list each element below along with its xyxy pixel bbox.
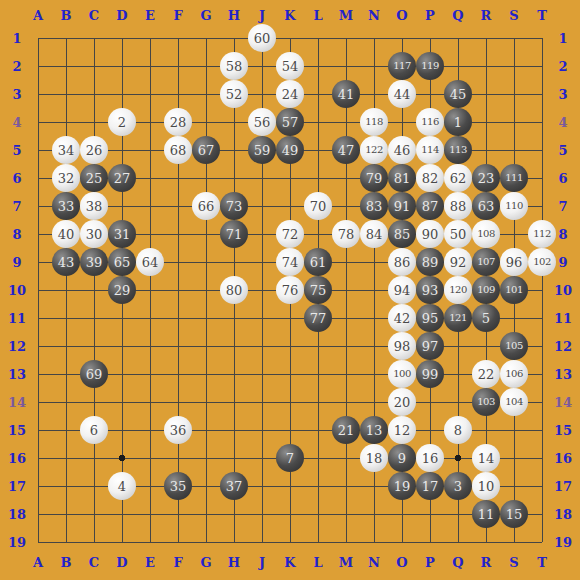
move-number: 106	[505, 369, 523, 379]
col-label-bottom-H: H	[228, 555, 240, 570]
stone-white-108-R8[interactable]: 108	[472, 220, 500, 248]
move-number: 1	[454, 116, 462, 129]
col-label-top-M: M	[339, 8, 353, 23]
col-label-top-B: B	[61, 8, 72, 23]
move-number: 19	[394, 480, 411, 493]
move-number: 121	[449, 313, 467, 323]
stone-black-89-P9[interactable]: 89	[416, 248, 444, 276]
col-label-top-A: A	[33, 8, 43, 23]
move-number: 40	[58, 228, 75, 241]
move-number: 3	[454, 480, 462, 493]
stone-black-31-D8[interactable]: 31	[108, 220, 136, 248]
stone-white-116-P4[interactable]: 116	[416, 108, 444, 136]
move-number: 38	[86, 200, 103, 213]
stone-black-9-O16[interactable]: 9	[388, 444, 416, 472]
stone-white-16-P16[interactable]: 16	[416, 444, 444, 472]
move-number: 65	[114, 256, 131, 269]
stone-black-43-B9[interactable]: 43	[52, 248, 80, 276]
move-number: 27	[114, 172, 131, 185]
stone-black-97-P12[interactable]: 97	[416, 332, 444, 360]
col-label-bottom-P: P	[425, 555, 435, 570]
col-label-bottom-O: O	[396, 555, 407, 570]
move-number: 105	[505, 341, 523, 351]
stone-white-2-D4[interactable]: 2	[108, 108, 136, 136]
move-number: 119	[421, 61, 439, 71]
stone-white-4-D17[interactable]: 4	[108, 472, 136, 500]
stone-white-100-O13[interactable]: 100	[388, 360, 416, 388]
move-number: 113	[449, 145, 467, 155]
move-number: 37	[226, 480, 243, 493]
move-number: 99	[422, 368, 439, 381]
stone-white-114-P5[interactable]: 114	[416, 136, 444, 164]
move-number: 78	[338, 228, 355, 241]
star-point	[119, 455, 125, 461]
stone-white-52-H3[interactable]: 52	[220, 80, 248, 108]
col-label-top-E: E	[145, 8, 155, 23]
stone-black-27-D6[interactable]: 27	[108, 164, 136, 192]
row-label-left-8: 8	[12, 227, 21, 242]
move-number: 98	[394, 340, 411, 353]
stone-white-74-K9[interactable]: 74	[276, 248, 304, 276]
col-label-top-K: K	[284, 8, 295, 23]
row-label-left-5: 5	[12, 143, 21, 158]
stone-white-50-Q8[interactable]: 50	[444, 220, 472, 248]
stone-black-37-H17[interactable]: 37	[220, 472, 248, 500]
stone-black-83-N7[interactable]: 83	[360, 192, 388, 220]
stone-black-39-C9[interactable]: 39	[80, 248, 108, 276]
move-number: 81	[394, 172, 411, 185]
move-number: 16	[422, 452, 439, 465]
stone-black-81-O6[interactable]: 81	[388, 164, 416, 192]
stone-black-5-R11[interactable]: 5	[472, 304, 500, 332]
move-number: 95	[422, 312, 439, 325]
stone-white-104-S14[interactable]: 104	[500, 388, 528, 416]
stone-white-32-B6[interactable]: 32	[52, 164, 80, 192]
move-number: 87	[422, 200, 439, 213]
stone-black-67-G5[interactable]: 67	[192, 136, 220, 164]
stone-black-3-Q17[interactable]: 3	[444, 472, 472, 500]
move-number: 79	[366, 172, 383, 185]
move-number: 47	[338, 144, 355, 157]
stone-white-86-O9[interactable]: 86	[388, 248, 416, 276]
stone-white-90-P8[interactable]: 90	[416, 220, 444, 248]
stone-white-122-N5[interactable]: 122	[360, 136, 388, 164]
move-number: 118	[365, 117, 383, 127]
move-number: 56	[254, 116, 271, 129]
stone-white-76-K10[interactable]: 76	[276, 276, 304, 304]
col-label-top-L: L	[313, 8, 322, 23]
move-number: 41	[338, 88, 355, 101]
stone-white-58-H2[interactable]: 58	[220, 52, 248, 80]
col-label-bottom-A: A	[33, 555, 43, 570]
col-label-top-P: P	[425, 8, 435, 23]
stone-white-56-J4[interactable]: 56	[248, 108, 276, 136]
move-number: 30	[86, 228, 103, 241]
move-number: 96	[506, 256, 523, 269]
row-label-left-13: 13	[8, 367, 26, 382]
move-number: 83	[366, 200, 383, 213]
move-number: 59	[254, 144, 271, 157]
move-number: 76	[282, 284, 299, 297]
row-label-left-11: 11	[8, 311, 26, 326]
move-number: 86	[394, 256, 411, 269]
stone-black-7-K16[interactable]: 7	[276, 444, 304, 472]
move-number: 7	[286, 452, 294, 465]
move-number: 60	[254, 32, 271, 45]
row-label-right-8: 8	[558, 227, 567, 242]
stone-white-38-C7[interactable]: 38	[80, 192, 108, 220]
col-label-bottom-J: J	[259, 555, 265, 570]
move-number: 25	[86, 172, 103, 185]
move-number: 46	[394, 144, 411, 157]
col-label-bottom-K: K	[284, 555, 295, 570]
col-label-bottom-Q: Q	[452, 555, 463, 570]
star-point	[455, 455, 461, 461]
row-label-left-14: 14	[8, 395, 26, 410]
move-number: 77	[310, 312, 327, 325]
stone-black-29-D10[interactable]: 29	[108, 276, 136, 304]
move-number: 32	[58, 172, 75, 185]
row-label-left-3: 3	[12, 87, 21, 102]
move-number: 97	[422, 340, 439, 353]
move-number: 111	[505, 173, 523, 183]
move-number: 114	[421, 145, 439, 155]
stone-white-102-T9[interactable]: 102	[528, 248, 556, 276]
col-label-top-C: C	[89, 8, 99, 23]
move-number: 117	[393, 61, 411, 71]
stone-black-101-S10[interactable]: 101	[500, 276, 528, 304]
stone-white-94-O10[interactable]: 94	[388, 276, 416, 304]
stone-black-1-Q4[interactable]: 1	[444, 108, 472, 136]
col-label-bottom-T: T	[537, 555, 547, 570]
move-number: 2	[118, 116, 126, 129]
stone-white-66-G7[interactable]: 66	[192, 192, 220, 220]
stone-black-35-F17[interactable]: 35	[164, 472, 192, 500]
stone-white-20-O14[interactable]: 20	[388, 388, 416, 416]
move-number: 108	[477, 229, 495, 239]
stone-white-118-N4[interactable]: 118	[360, 108, 388, 136]
move-number: 49	[282, 144, 299, 157]
stone-black-33-B7[interactable]: 33	[52, 192, 80, 220]
row-label-left-15: 15	[8, 423, 26, 438]
stone-black-75-L10[interactable]: 75	[304, 276, 332, 304]
move-number: 23	[478, 172, 495, 185]
stone-white-24-K3[interactable]: 24	[276, 80, 304, 108]
col-label-bottom-C: C	[89, 555, 99, 570]
move-number: 63	[478, 200, 495, 213]
move-number: 90	[422, 228, 439, 241]
row-label-left-17: 17	[8, 479, 26, 494]
stone-white-36-F15[interactable]: 36	[164, 416, 192, 444]
col-label-bottom-E: E	[145, 555, 155, 570]
stone-black-71-H8[interactable]: 71	[220, 220, 248, 248]
move-number: 69	[86, 368, 103, 381]
move-number: 74	[282, 256, 299, 269]
col-label-top-R: R	[481, 8, 492, 23]
stone-white-30-C8[interactable]: 30	[80, 220, 108, 248]
move-number: 22	[478, 368, 495, 381]
move-number: 84	[366, 228, 383, 241]
col-label-top-Q: Q	[452, 8, 463, 23]
stone-white-6-C15[interactable]: 6	[80, 416, 108, 444]
stone-black-15-S18[interactable]: 15	[500, 500, 528, 528]
move-number: 61	[310, 256, 327, 269]
move-number: 85	[394, 228, 411, 241]
move-number: 104	[505, 397, 523, 407]
move-number: 66	[198, 200, 215, 213]
stone-black-95-P11[interactable]: 95	[416, 304, 444, 332]
move-number: 101	[505, 285, 523, 295]
move-number: 89	[422, 256, 439, 269]
move-number: 17	[422, 480, 439, 493]
stone-black-19-O17[interactable]: 19	[388, 472, 416, 500]
stone-white-120-Q10[interactable]: 120	[444, 276, 472, 304]
stone-white-8-Q15[interactable]: 8	[444, 416, 472, 444]
move-number: 36	[170, 424, 187, 437]
stone-white-42-O11[interactable]: 42	[388, 304, 416, 332]
move-number: 24	[282, 88, 299, 101]
row-label-left-16: 16	[8, 451, 26, 466]
row-label-left-19: 19	[8, 535, 26, 550]
stone-white-10-R17[interactable]: 10	[472, 472, 500, 500]
stone-white-26-C5[interactable]: 26	[80, 136, 108, 164]
stone-white-70-L7[interactable]: 70	[304, 192, 332, 220]
stone-white-40-B8[interactable]: 40	[52, 220, 80, 248]
col-label-bottom-G: G	[200, 555, 211, 570]
move-number: 72	[282, 228, 299, 241]
col-label-top-N: N	[368, 8, 380, 23]
move-number: 26	[86, 144, 103, 157]
stone-black-17-P17[interactable]: 17	[416, 472, 444, 500]
move-number: 112	[533, 229, 551, 239]
stone-white-112-T8[interactable]: 112	[528, 220, 556, 248]
stone-white-92-Q9[interactable]: 92	[444, 248, 472, 276]
stone-white-98-O12[interactable]: 98	[388, 332, 416, 360]
row-label-left-10: 10	[8, 283, 26, 298]
col-label-bottom-R: R	[481, 555, 492, 570]
row-label-right-14: 14	[554, 395, 572, 410]
stone-white-46-O5[interactable]: 46	[388, 136, 416, 164]
row-label-right-5: 5	[558, 143, 567, 158]
move-number: 71	[226, 228, 243, 241]
row-label-right-18: 18	[554, 507, 572, 522]
stone-black-57-K4[interactable]: 57	[276, 108, 304, 136]
row-label-left-12: 12	[8, 339, 26, 354]
col-label-top-T: T	[537, 8, 547, 23]
stone-white-82-P6[interactable]: 82	[416, 164, 444, 192]
stone-white-88-Q7[interactable]: 88	[444, 192, 472, 220]
stone-black-93-P10[interactable]: 93	[416, 276, 444, 304]
stone-black-45-Q3[interactable]: 45	[444, 80, 472, 108]
col-label-bottom-L: L	[313, 555, 322, 570]
move-number: 116	[421, 117, 439, 127]
stone-white-68-F5[interactable]: 68	[164, 136, 192, 164]
move-number: 31	[114, 228, 131, 241]
stone-white-22-R13[interactable]: 22	[472, 360, 500, 388]
move-number: 45	[450, 88, 467, 101]
stone-black-117-O2[interactable]: 117	[388, 52, 416, 80]
stone-white-18-N16[interactable]: 18	[360, 444, 388, 472]
move-number: 91	[394, 200, 411, 213]
stone-black-41-M3[interactable]: 41	[332, 80, 360, 108]
move-number: 75	[310, 284, 327, 297]
move-number: 92	[450, 256, 467, 269]
move-number: 35	[170, 480, 187, 493]
move-number: 12	[394, 424, 411, 437]
move-number: 44	[394, 88, 411, 101]
move-number: 67	[198, 144, 215, 157]
row-label-right-6: 6	[558, 171, 567, 186]
col-label-top-S: S	[509, 8, 518, 23]
col-label-bottom-D: D	[116, 555, 127, 570]
stone-black-99-P13[interactable]: 99	[416, 360, 444, 388]
stone-white-64-E9[interactable]: 64	[136, 248, 164, 276]
row-label-left-9: 9	[12, 255, 21, 270]
stone-black-121-Q11[interactable]: 121	[444, 304, 472, 332]
move-number: 70	[310, 200, 327, 213]
stone-black-11-R18[interactable]: 11	[472, 500, 500, 528]
stone-white-54-K2[interactable]: 54	[276, 52, 304, 80]
stone-white-96-S9[interactable]: 96	[500, 248, 528, 276]
stone-black-113-Q5[interactable]: 113	[444, 136, 472, 164]
row-label-left-6: 6	[12, 171, 21, 186]
row-label-right-11: 11	[554, 311, 572, 326]
move-number: 80	[226, 284, 243, 297]
row-label-left-1: 1	[12, 31, 21, 46]
col-label-top-H: H	[228, 8, 240, 23]
row-label-right-7: 7	[558, 199, 567, 214]
col-label-top-O: O	[396, 8, 407, 23]
col-label-top-G: G	[200, 8, 211, 23]
stone-black-59-J5[interactable]: 59	[248, 136, 276, 164]
stone-black-119-P2[interactable]: 119	[416, 52, 444, 80]
move-number: 9	[398, 452, 406, 465]
stone-black-79-N6[interactable]: 79	[360, 164, 388, 192]
move-number: 102	[533, 257, 551, 267]
go-board[interactable]: AABBCCDDEEFFGGHHJJKKLLMMNNOOPPQQRRSSTT11…	[0, 0, 580, 580]
row-label-right-10: 10	[554, 283, 572, 298]
row-label-right-2: 2	[558, 59, 567, 74]
stone-black-23-R6[interactable]: 23	[472, 164, 500, 192]
move-number: 82	[422, 172, 439, 185]
stone-black-107-R9[interactable]: 107	[472, 248, 500, 276]
move-number: 109	[477, 285, 495, 295]
move-number: 20	[394, 396, 411, 409]
move-number: 10	[478, 480, 495, 493]
col-label-top-F: F	[173, 8, 182, 23]
stone-black-111-S6[interactable]: 111	[500, 164, 528, 192]
stone-white-106-S13[interactable]: 106	[500, 360, 528, 388]
move-number: 58	[226, 60, 243, 73]
move-number: 62	[450, 172, 467, 185]
move-number: 100	[393, 369, 411, 379]
stone-white-78-M8[interactable]: 78	[332, 220, 360, 248]
stone-white-34-B5[interactable]: 34	[52, 136, 80, 164]
row-label-right-4: 4	[558, 115, 567, 130]
stone-white-28-F4[interactable]: 28	[164, 108, 192, 136]
stone-black-69-C13[interactable]: 69	[80, 360, 108, 388]
stone-black-65-D9[interactable]: 65	[108, 248, 136, 276]
stone-black-109-R10[interactable]: 109	[472, 276, 500, 304]
col-label-bottom-S: S	[509, 555, 518, 570]
move-number: 93	[422, 284, 439, 297]
move-number: 43	[58, 256, 75, 269]
col-label-top-D: D	[116, 8, 127, 23]
stone-white-62-Q6[interactable]: 62	[444, 164, 472, 192]
stone-black-91-O7[interactable]: 91	[388, 192, 416, 220]
col-label-bottom-M: M	[339, 555, 353, 570]
stone-white-84-N8[interactable]: 84	[360, 220, 388, 248]
move-number: 34	[58, 144, 75, 157]
stone-black-13-N15[interactable]: 13	[360, 416, 388, 444]
stone-black-25-C6[interactable]: 25	[80, 164, 108, 192]
row-label-right-12: 12	[554, 339, 572, 354]
stone-black-77-L11[interactable]: 77	[304, 304, 332, 332]
move-number: 73	[226, 200, 243, 213]
stone-white-60-J1[interactable]: 60	[248, 24, 276, 52]
stone-black-49-K5[interactable]: 49	[276, 136, 304, 164]
row-label-left-7: 7	[12, 199, 21, 214]
stone-black-61-L9[interactable]: 61	[304, 248, 332, 276]
move-number: 107	[477, 257, 495, 267]
row-label-right-9: 9	[558, 255, 567, 270]
move-number: 5	[482, 312, 490, 325]
stone-white-80-H10[interactable]: 80	[220, 276, 248, 304]
move-number: 8	[454, 424, 462, 437]
move-number: 33	[58, 200, 75, 213]
move-number: 88	[450, 200, 467, 213]
move-number: 68	[170, 144, 187, 157]
row-label-right-3: 3	[558, 87, 567, 102]
move-number: 13	[366, 424, 383, 437]
move-number: 103	[477, 397, 495, 407]
stone-black-63-R7[interactable]: 63	[472, 192, 500, 220]
stone-white-110-S7[interactable]: 110	[500, 192, 528, 220]
stone-black-103-R14[interactable]: 103	[472, 388, 500, 416]
row-label-right-19: 19	[554, 535, 572, 550]
stone-white-44-O3[interactable]: 44	[388, 80, 416, 108]
move-number: 42	[394, 312, 411, 325]
row-label-left-4: 4	[12, 115, 21, 130]
stone-white-72-K8[interactable]: 72	[276, 220, 304, 248]
row-label-right-17: 17	[554, 479, 572, 494]
move-number: 4	[118, 480, 126, 493]
row-label-right-15: 15	[554, 423, 572, 438]
move-number: 54	[282, 60, 299, 73]
stone-black-105-S12[interactable]: 105	[500, 332, 528, 360]
move-number: 18	[366, 452, 383, 465]
row-label-left-18: 18	[8, 507, 26, 522]
move-number: 11	[478, 508, 495, 521]
move-number: 28	[170, 116, 187, 129]
row-label-right-1: 1	[558, 31, 567, 46]
row-label-right-16: 16	[554, 451, 572, 466]
move-number: 21	[338, 424, 355, 437]
stone-black-87-P7[interactable]: 87	[416, 192, 444, 220]
stone-black-21-M15[interactable]: 21	[332, 416, 360, 444]
move-number: 120	[449, 285, 467, 295]
stone-black-85-O8[interactable]: 85	[388, 220, 416, 248]
stone-white-12-O15[interactable]: 12	[388, 416, 416, 444]
move-number: 29	[114, 284, 131, 297]
move-number: 15	[506, 508, 523, 521]
stone-white-14-R16[interactable]: 14	[472, 444, 500, 472]
col-label-bottom-N: N	[368, 555, 380, 570]
move-number: 14	[478, 452, 495, 465]
stone-black-47-M5[interactable]: 47	[332, 136, 360, 164]
stone-black-73-H7[interactable]: 73	[220, 192, 248, 220]
move-number: 122	[365, 145, 383, 155]
